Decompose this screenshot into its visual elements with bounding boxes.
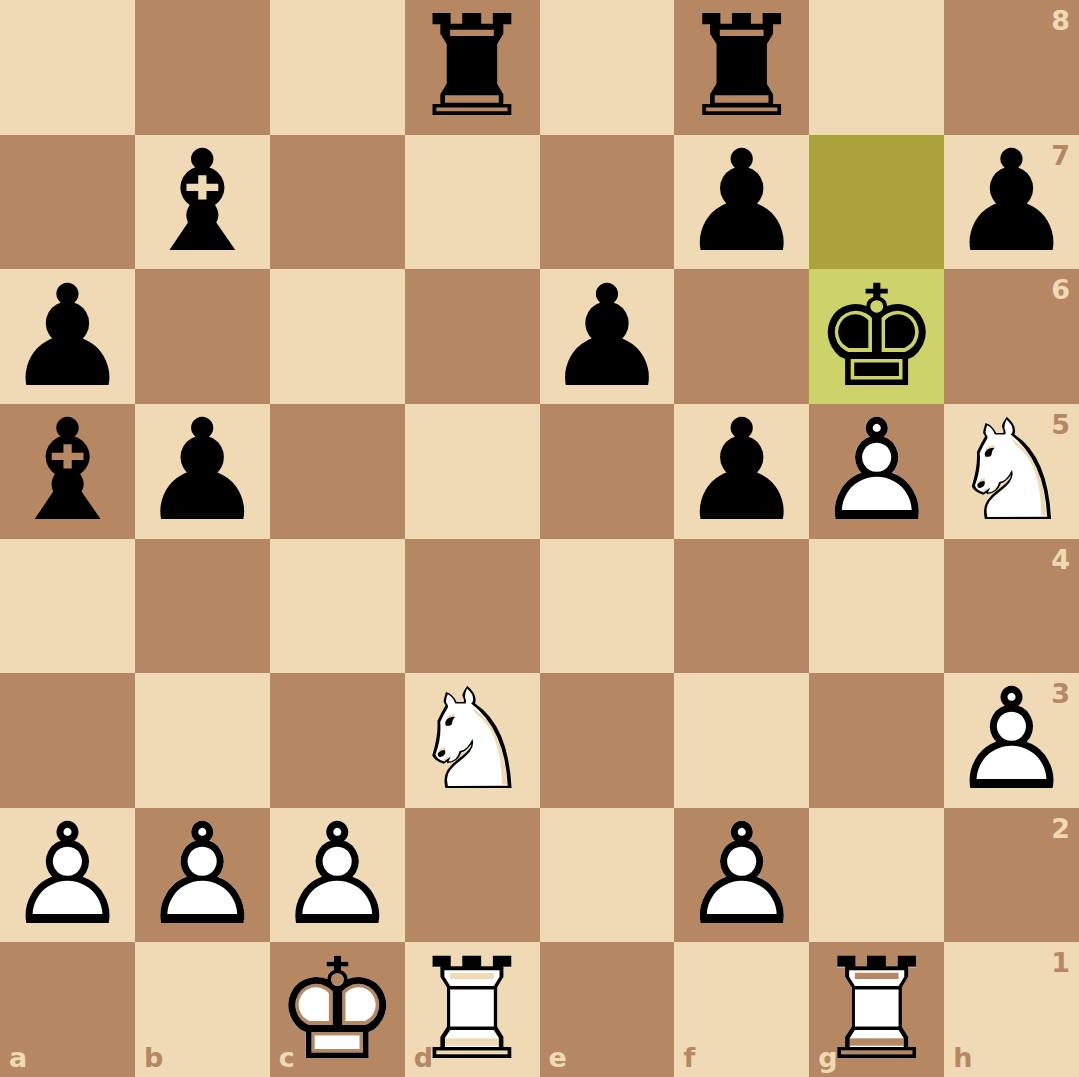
- piece-glyph-fill: ♟: [944, 135, 1079, 270]
- piece-glyph-fill: ♟: [0, 269, 135, 404]
- black-rook[interactable]: ♜: [674, 0, 809, 135]
- piece-glyph-fill: ♝: [0, 404, 135, 539]
- white-pawn[interactable]: ♟♙: [135, 808, 270, 943]
- square-b4[interactable]: [135, 539, 270, 674]
- square-e8[interactable]: [540, 0, 675, 135]
- square-a1[interactable]: a: [0, 942, 135, 1077]
- piece-glyph-outline: ♙: [944, 673, 1079, 808]
- file-label-h: h: [953, 1044, 972, 1071]
- square-c6[interactable]: [270, 269, 405, 404]
- square-h8[interactable]: 8: [944, 0, 1079, 135]
- square-c8[interactable]: [270, 0, 405, 135]
- square-g7[interactable]: [809, 135, 944, 270]
- file-label-e: e: [549, 1044, 567, 1071]
- square-f2[interactable]: ♟♙: [674, 808, 809, 943]
- square-b1[interactable]: b: [135, 942, 270, 1077]
- square-a4[interactable]: [0, 539, 135, 674]
- piece-glyph-fill: ♟: [540, 269, 675, 404]
- white-pawn[interactable]: ♟♙: [270, 808, 405, 943]
- file-label-b: b: [144, 1044, 163, 1071]
- square-a7[interactable]: [0, 135, 135, 270]
- square-h2[interactable]: 2: [944, 808, 1079, 943]
- square-a2[interactable]: ♟♙: [0, 808, 135, 943]
- square-b7[interactable]: ♝: [135, 135, 270, 270]
- square-a6[interactable]: ♟: [0, 269, 135, 404]
- square-e5[interactable]: [540, 404, 675, 539]
- square-b2[interactable]: ♟♙: [135, 808, 270, 943]
- black-rook[interactable]: ♜: [405, 0, 540, 135]
- square-c7[interactable]: [270, 135, 405, 270]
- file-label-f: f: [683, 1044, 695, 1071]
- square-h3[interactable]: 3♟♙: [944, 673, 1079, 808]
- black-pawn[interactable]: ♟: [135, 404, 270, 539]
- black-bishop[interactable]: ♝: [135, 135, 270, 270]
- rank-label-8: 8: [1051, 7, 1070, 34]
- square-g3[interactable]: [809, 673, 944, 808]
- square-g2[interactable]: [809, 808, 944, 943]
- white-pawn[interactable]: ♟♙: [944, 673, 1079, 808]
- rank-label-1: 1: [1051, 949, 1070, 976]
- piece-glyph-fill: ♜: [674, 0, 809, 135]
- square-d3[interactable]: ♞♘: [405, 673, 540, 808]
- square-e1[interactable]: e: [540, 942, 675, 1077]
- chess-board: ♜♜8♝♟7♟♟♟♚6♝♟♟♟♙5♞♘4♞♘3♟♙♟♙♟♙♟♙♟♙2abc♚♔d…: [0, 0, 1079, 1077]
- square-c5[interactable]: [270, 404, 405, 539]
- piece-glyph-outline: ♙: [674, 808, 809, 943]
- white-pawn[interactable]: ♟♙: [674, 808, 809, 943]
- piece-glyph-outline: ♙: [0, 808, 135, 943]
- black-pawn[interactable]: ♟: [674, 135, 809, 270]
- square-c4[interactable]: [270, 539, 405, 674]
- white-rook[interactable]: ♜♖: [405, 942, 540, 1077]
- piece-glyph-outline: ♘: [944, 404, 1079, 539]
- piece-glyph-outline: ♔: [270, 942, 405, 1077]
- piece-glyph-outline: ♙: [270, 808, 405, 943]
- square-e3[interactable]: [540, 673, 675, 808]
- square-b6[interactable]: [135, 269, 270, 404]
- square-e7[interactable]: [540, 135, 675, 270]
- square-a5[interactable]: ♝: [0, 404, 135, 539]
- square-f1[interactable]: f: [674, 942, 809, 1077]
- square-d8[interactable]: ♜: [405, 0, 540, 135]
- square-c2[interactable]: ♟♙: [270, 808, 405, 943]
- square-d5[interactable]: [405, 404, 540, 539]
- black-king[interactable]: ♚: [809, 269, 944, 404]
- square-d4[interactable]: [405, 539, 540, 674]
- square-f4[interactable]: [674, 539, 809, 674]
- piece-glyph-outline: ♖: [405, 942, 540, 1077]
- piece-glyph-fill: ♚: [809, 269, 944, 404]
- square-c1[interactable]: c♚♔: [270, 942, 405, 1077]
- square-d1[interactable]: d♜♖: [405, 942, 540, 1077]
- piece-glyph-fill: ♟: [674, 135, 809, 270]
- square-a3[interactable]: [0, 673, 135, 808]
- white-knight[interactable]: ♞♘: [405, 673, 540, 808]
- piece-glyph-fill: ♜: [405, 0, 540, 135]
- piece-glyph-fill: ♟: [674, 404, 809, 539]
- square-c3[interactable]: [270, 673, 405, 808]
- square-h7[interactable]: 7♟: [944, 135, 1079, 270]
- square-d7[interactable]: [405, 135, 540, 270]
- piece-glyph-outline: ♘: [405, 673, 540, 808]
- white-pawn[interactable]: ♟♙: [0, 808, 135, 943]
- square-g8[interactable]: [809, 0, 944, 135]
- square-b3[interactable]: [135, 673, 270, 808]
- square-f6[interactable]: [674, 269, 809, 404]
- white-rook[interactable]: ♜♖: [809, 942, 944, 1077]
- piece-glyph-outline: ♙: [135, 808, 270, 943]
- square-f7[interactable]: ♟: [674, 135, 809, 270]
- square-f8[interactable]: ♜: [674, 0, 809, 135]
- square-b5[interactable]: ♟: [135, 404, 270, 539]
- black-bishop[interactable]: ♝: [0, 404, 135, 539]
- black-pawn[interactable]: ♟: [540, 269, 675, 404]
- square-d6[interactable]: [405, 269, 540, 404]
- black-pawn[interactable]: ♟: [674, 404, 809, 539]
- square-g5[interactable]: ♟♙: [809, 404, 944, 539]
- white-pawn[interactable]: ♟♙: [809, 404, 944, 539]
- square-h4[interactable]: 4: [944, 539, 1079, 674]
- square-h6[interactable]: 6: [944, 269, 1079, 404]
- square-h5[interactable]: 5♞♘: [944, 404, 1079, 539]
- black-pawn[interactable]: ♟: [0, 269, 135, 404]
- square-a8[interactable]: [0, 0, 135, 135]
- piece-glyph-outline: ♖: [809, 942, 944, 1077]
- piece-glyph-outline: ♙: [809, 404, 944, 539]
- square-e4[interactable]: [540, 539, 675, 674]
- square-h1[interactable]: 1h: [944, 942, 1079, 1077]
- square-d2[interactable]: [405, 808, 540, 943]
- square-f5[interactable]: ♟: [674, 404, 809, 539]
- square-f3[interactable]: [674, 673, 809, 808]
- square-e6[interactable]: ♟: [540, 269, 675, 404]
- square-e2[interactable]: [540, 808, 675, 943]
- piece-glyph-fill: ♝: [135, 135, 270, 270]
- square-g1[interactable]: g♜♖: [809, 942, 944, 1077]
- square-b8[interactable]: [135, 0, 270, 135]
- black-pawn[interactable]: ♟: [944, 135, 1079, 270]
- white-king[interactable]: ♚♔: [270, 942, 405, 1077]
- piece-glyph-fill: ♟: [135, 404, 270, 539]
- square-g4[interactable]: [809, 539, 944, 674]
- square-g6[interactable]: ♚: [809, 269, 944, 404]
- white-knight[interactable]: ♞♘: [944, 404, 1079, 539]
- file-label-a: a: [9, 1044, 27, 1071]
